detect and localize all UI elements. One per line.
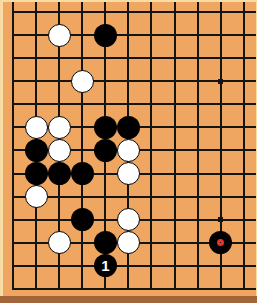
grid-line-horizontal (12, 196, 257, 198)
black-stone-K3 (209, 231, 232, 254)
black-stone-D6 (71, 162, 94, 185)
white-stone-B5 (25, 185, 48, 208)
black-stone-D4 (71, 208, 94, 231)
board-bottom-edge-shadow (0, 296, 257, 303)
white-stone-C3 (48, 231, 71, 254)
black-stone-F8 (117, 116, 140, 139)
star-point-K4 (218, 217, 223, 222)
white-stone-C8 (48, 116, 71, 139)
grid-line-horizontal (12, 265, 257, 267)
grid-line-horizontal (12, 11, 257, 13)
black-stone-B7 (25, 139, 48, 162)
black-stone-C6 (48, 162, 71, 185)
white-stone-B8 (25, 116, 48, 139)
grid-line-vertical (150, 0, 152, 290)
grid-line-vertical (197, 0, 199, 290)
grid-line-vertical (12, 0, 14, 290)
black-stone-E12 (94, 24, 117, 47)
move-number-label: 1 (101, 258, 109, 273)
board-left-edge-highlight (0, 0, 3, 296)
black-stone-E8 (94, 116, 117, 139)
board-right-edge-highlight (256, 0, 257, 303)
star-point-K10 (218, 79, 223, 84)
white-stone-F3 (117, 231, 140, 254)
white-stone-F4 (117, 208, 140, 231)
board-top-edge-highlight (0, 0, 257, 2)
white-stone-C12 (48, 24, 71, 47)
white-stone-D10 (71, 70, 94, 93)
white-stone-F7 (117, 139, 140, 162)
grid-line-horizontal (12, 103, 257, 105)
grid-line-vertical (174, 0, 176, 290)
red-circle-marker (217, 239, 224, 246)
white-stone-C7 (48, 139, 71, 162)
grid-line-horizontal (12, 57, 257, 59)
black-stone-B6 (25, 162, 48, 185)
white-stone-F6 (117, 162, 140, 185)
black-stone-E3 (94, 231, 117, 254)
black-stone-E7 (94, 139, 117, 162)
grid-line-vertical (243, 0, 245, 290)
grid-line-vertical (81, 0, 83, 290)
go-board-diagram: 1 (0, 0, 257, 303)
grid-line-horizontal (12, 288, 257, 290)
black-stone-E2: 1 (94, 254, 117, 277)
